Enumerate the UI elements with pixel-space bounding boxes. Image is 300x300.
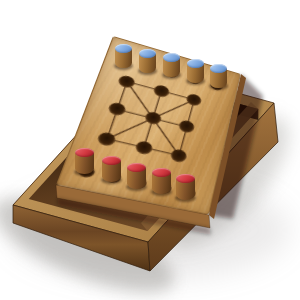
drilled-hole bbox=[96, 131, 117, 147]
peg-painted-top bbox=[176, 174, 195, 183]
peg-painted-top bbox=[152, 168, 171, 177]
drilled-hole bbox=[170, 148, 189, 164]
blue-peg-1[interactable] bbox=[115, 44, 132, 68]
red-peg-1[interactable] bbox=[75, 148, 94, 174]
red-peg-2[interactable] bbox=[102, 156, 121, 182]
drilled-hole bbox=[185, 92, 202, 107]
photo-scene bbox=[0, 0, 300, 300]
peg-painted-top bbox=[102, 156, 121, 165]
drilled-hole bbox=[134, 140, 154, 156]
peg-painted-top bbox=[127, 163, 146, 172]
peg-painted-top bbox=[115, 44, 132, 53]
peg-painted-top bbox=[139, 49, 156, 58]
drilled-hole bbox=[178, 119, 196, 134]
drilled-hole bbox=[143, 111, 162, 126]
red-peg-4[interactable] bbox=[152, 168, 171, 194]
drilled-hole bbox=[152, 83, 170, 98]
peg-painted-top bbox=[75, 148, 94, 157]
peg-painted-top bbox=[210, 64, 227, 73]
blue-peg-3[interactable] bbox=[163, 53, 180, 77]
red-peg-5[interactable] bbox=[176, 174, 195, 200]
drilled-hole bbox=[117, 74, 137, 89]
blue-peg-4[interactable] bbox=[187, 59, 204, 83]
blue-peg-2[interactable] bbox=[139, 49, 156, 73]
red-peg-3[interactable] bbox=[127, 163, 146, 189]
peg-painted-top bbox=[163, 53, 180, 62]
drilled-hole bbox=[107, 102, 127, 118]
peg-painted-top bbox=[187, 59, 204, 68]
blue-peg-5[interactable] bbox=[210, 64, 227, 88]
